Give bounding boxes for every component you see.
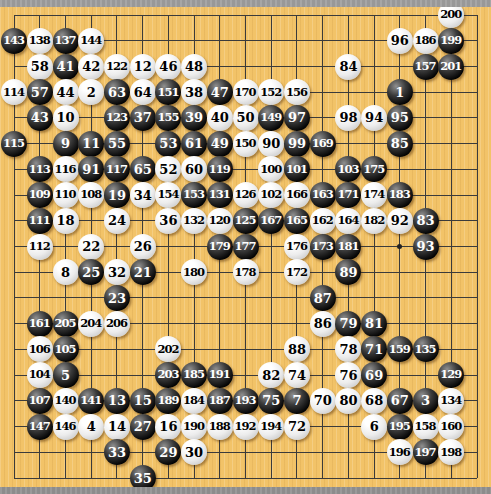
stone-white-132[interactable]: 132 [181, 208, 207, 234]
stone-white-194[interactable]: 194 [258, 414, 284, 440]
move-number-label: 180 [183, 267, 204, 279]
move-number-label: 99 [288, 137, 306, 150]
stone-black-85[interactable]: 85 [387, 131, 413, 157]
move-number-label: 202 [157, 344, 178, 356]
move-number-label: 74 [288, 369, 306, 382]
stone-white-92[interactable]: 92 [387, 208, 413, 234]
stone-white-164[interactable]: 164 [335, 208, 361, 234]
stone-white-88[interactable]: 88 [284, 336, 310, 362]
stone-white-6[interactable]: 6 [361, 414, 387, 440]
move-number-label: 115 [3, 138, 24, 150]
move-number-label: 30 [185, 446, 203, 459]
move-number-label: 112 [29, 241, 50, 253]
stone-white-74[interactable]: 74 [284, 362, 310, 388]
stone-black-83[interactable]: 83 [413, 208, 439, 234]
move-number-label: 154 [157, 189, 178, 201]
move-number-label: 25 [82, 266, 100, 279]
stone-white-36[interactable]: 36 [155, 208, 181, 234]
move-number-label: 163 [312, 189, 333, 201]
stone-white-206[interactable]: 206 [104, 311, 130, 337]
stone-white-152[interactable]: 152 [258, 79, 284, 105]
stone-black-57[interactable]: 57 [27, 79, 53, 105]
move-number-label: 81 [365, 317, 383, 330]
stone-black-109[interactable]: 109 [27, 182, 53, 208]
move-number-label: 48 [185, 60, 203, 73]
stone-white-64[interactable]: 64 [130, 79, 156, 105]
move-number-label: 55 [108, 137, 126, 150]
stone-black-119[interactable]: 119 [207, 156, 233, 182]
stone-white-114[interactable]: 114 [1, 79, 27, 105]
stone-black-117[interactable]: 117 [104, 156, 130, 182]
move-number-label: 87 [314, 292, 332, 305]
stone-black-171[interactable]: 171 [335, 182, 361, 208]
stone-white-156[interactable]: 156 [284, 79, 310, 105]
stone-black-15[interactable]: 15 [130, 388, 156, 414]
stone-white-176[interactable]: 176 [284, 234, 310, 260]
stone-black-143[interactable]: 143 [1, 28, 27, 54]
stone-white-110[interactable]: 110 [53, 182, 79, 208]
stone-black-141[interactable]: 141 [78, 388, 104, 414]
move-number-label: 40 [211, 111, 229, 124]
move-number-label: 167 [260, 215, 281, 227]
move-number-label: 53 [159, 137, 177, 150]
stone-white-188[interactable]: 188 [207, 414, 233, 440]
move-number-label: 157 [415, 61, 436, 73]
stone-black-111[interactable]: 111 [27, 208, 53, 234]
stone-black-97[interactable]: 97 [284, 105, 310, 131]
stone-white-30[interactable]: 30 [181, 439, 207, 465]
move-number-label: 96 [391, 34, 409, 47]
stone-black-151[interactable]: 151 [155, 79, 181, 105]
stone-black-185[interactable]: 185 [181, 362, 207, 388]
move-number-label: 82 [262, 369, 280, 382]
stone-black-175[interactable]: 175 [361, 156, 387, 182]
move-number-label: 150 [235, 138, 256, 150]
move-number-label: 35 [134, 472, 152, 485]
move-number-label: 37 [134, 111, 152, 124]
stone-black-41[interactable]: 41 [53, 54, 79, 80]
stone-white-174[interactable]: 174 [361, 182, 387, 208]
stone-white-178[interactable]: 178 [233, 259, 259, 285]
stone-black-5[interactable]: 5 [53, 362, 79, 388]
stone-white-42[interactable]: 42 [78, 54, 104, 80]
stone-white-24[interactable]: 24 [104, 208, 130, 234]
stone-white-2[interactable]: 2 [78, 79, 104, 105]
stone-black-203[interactable]: 203 [155, 362, 181, 388]
stone-black-189[interactable]: 189 [155, 388, 181, 414]
move-number-label: 42 [82, 60, 100, 73]
stone-black-71[interactable]: 71 [361, 336, 387, 362]
stone-white-106[interactable]: 106 [27, 336, 53, 362]
move-number-label: 38 [185, 86, 203, 99]
stone-white-14[interactable]: 14 [104, 414, 130, 440]
move-number-label: 204 [80, 318, 101, 330]
stone-white-104[interactable]: 104 [27, 362, 53, 388]
move-number-label: 197 [415, 447, 436, 459]
stone-white-158[interactable]: 158 [413, 414, 439, 440]
stone-black-65[interactable]: 65 [130, 156, 156, 182]
move-number-label: 195 [389, 421, 410, 433]
move-number-label: 165 [286, 215, 307, 227]
stone-white-72[interactable]: 72 [284, 414, 310, 440]
stone-black-131[interactable]: 131 [207, 182, 233, 208]
stone-white-96[interactable]: 96 [387, 28, 413, 54]
stone-black-193[interactable]: 193 [233, 388, 259, 414]
stone-white-4[interactable]: 4 [78, 414, 104, 440]
move-number-label: 171 [337, 189, 358, 201]
stone-white-38[interactable]: 38 [181, 79, 207, 105]
stone-white-166[interactable]: 166 [284, 182, 310, 208]
stone-white-162[interactable]: 162 [310, 208, 336, 234]
stone-black-63[interactable]: 63 [104, 79, 130, 105]
stone-white-8[interactable]: 8 [53, 259, 79, 285]
stone-black-33[interactable]: 33 [104, 439, 130, 465]
move-number-label: 67 [391, 394, 409, 407]
stone-white-40[interactable]: 40 [207, 105, 233, 131]
stone-black-9[interactable]: 9 [53, 131, 79, 157]
move-number-label: 183 [389, 189, 410, 201]
move-number-label: 61 [185, 137, 203, 150]
stone-black-129[interactable]: 129 [438, 362, 464, 388]
stone-black-29[interactable]: 29 [155, 439, 181, 465]
move-number-label: 68 [365, 394, 383, 407]
move-number-label: 116 [55, 164, 76, 176]
stone-black-67[interactable]: 67 [387, 388, 413, 414]
move-number-label: 107 [29, 395, 50, 407]
move-number-label: 187 [209, 395, 230, 407]
move-number-label: 75 [262, 394, 280, 407]
move-number-label: 174 [363, 189, 384, 201]
stone-black-183[interactable]: 183 [387, 182, 413, 208]
stone-white-192[interactable]: 192 [233, 414, 259, 440]
stone-black-153[interactable]: 153 [181, 182, 207, 208]
move-number-label: 98 [339, 111, 357, 124]
stone-white-84[interactable]: 84 [335, 54, 361, 80]
stone-white-186[interactable]: 186 [413, 28, 439, 54]
move-number-label: 11 [82, 137, 100, 150]
stone-white-70[interactable]: 70 [310, 388, 336, 414]
stone-white-126[interactable]: 126 [233, 182, 259, 208]
stone-white-182[interactable]: 182 [361, 208, 387, 234]
move-number-label: 199 [440, 35, 461, 47]
move-number-label: 71 [365, 343, 383, 356]
stone-white-144[interactable]: 144 [78, 28, 104, 54]
move-number-label: 23 [108, 292, 126, 305]
stone-white-12[interactable]: 12 [130, 54, 156, 80]
move-number-label: 178 [235, 267, 256, 279]
move-number-label: 100 [260, 164, 281, 176]
stone-white-100[interactable]: 100 [258, 156, 284, 182]
stone-white-108[interactable]: 108 [78, 182, 104, 208]
stone-white-202[interactable]: 202 [155, 336, 181, 362]
move-number-label: 201 [440, 61, 461, 73]
move-number-label: 15 [134, 394, 152, 407]
stone-white-116[interactable]: 116 [53, 156, 79, 182]
move-number-label: 109 [29, 189, 50, 201]
move-number-label: 92 [391, 214, 409, 227]
stone-black-123[interactable]: 123 [104, 105, 130, 131]
move-number-label: 173 [312, 241, 333, 253]
stone-black-163[interactable]: 163 [310, 182, 336, 208]
move-number-label: 141 [80, 395, 101, 407]
stone-black-173[interactable]: 173 [310, 234, 336, 260]
stone-white-170[interactable]: 170 [233, 79, 259, 105]
stone-black-1[interactable]: 1 [387, 79, 413, 105]
move-number-label: 205 [55, 318, 76, 330]
move-number-label: 206 [106, 318, 127, 330]
move-number-label: 102 [260, 189, 281, 201]
stone-white-90[interactable]: 90 [258, 131, 284, 157]
stone-white-86[interactable]: 86 [310, 311, 336, 337]
move-number-label: 126 [235, 189, 256, 201]
stone-white-112[interactable]: 112 [27, 234, 53, 260]
move-number-label: 5 [61, 369, 70, 382]
stone-black-155[interactable]: 155 [155, 105, 181, 131]
move-number-label: 105 [55, 344, 76, 356]
move-number-label: 103 [337, 164, 358, 176]
stone-black-25[interactable]: 25 [78, 259, 104, 285]
move-number-label: 63 [108, 86, 126, 99]
stone-black-101[interactable]: 101 [284, 156, 310, 182]
stone-white-196[interactable]: 196 [387, 439, 413, 465]
stone-black-165[interactable]: 165 [284, 208, 310, 234]
stone-black-27[interactable]: 27 [130, 414, 156, 440]
stone-white-154[interactable]: 154 [155, 182, 181, 208]
stone-white-140[interactable]: 140 [53, 388, 79, 414]
move-number-label: 39 [185, 111, 203, 124]
stone-black-19[interactable]: 19 [104, 182, 130, 208]
stone-white-80[interactable]: 80 [335, 388, 361, 414]
stone-black-93[interactable]: 93 [413, 234, 439, 260]
move-number-label: 86 [314, 317, 332, 330]
stone-black-147[interactable]: 147 [27, 414, 53, 440]
stone-white-18[interactable]: 18 [53, 208, 79, 234]
stone-white-82[interactable]: 82 [258, 362, 284, 388]
stone-white-98[interactable]: 98 [335, 105, 361, 131]
stone-black-103[interactable]: 103 [335, 156, 361, 182]
go-board[interactable]: 2001431381371449618619958414212212464884… [1, 2, 490, 491]
move-number-label: 8 [61, 266, 70, 279]
stone-black-157[interactable]: 157 [413, 54, 439, 80]
stone-white-134[interactable]: 134 [438, 388, 464, 414]
stone-white-16[interactable]: 16 [155, 414, 181, 440]
stone-black-205[interactable]: 205 [53, 311, 79, 337]
stone-white-60[interactable]: 60 [181, 156, 207, 182]
move-number-label: 83 [417, 214, 435, 227]
stone-black-79[interactable]: 79 [335, 311, 361, 337]
stone-white-94[interactable]: 94 [361, 105, 387, 131]
stone-white-172[interactable]: 172 [284, 259, 310, 285]
stone-black-7[interactable]: 7 [284, 388, 310, 414]
move-number-label: 189 [157, 395, 178, 407]
move-number-label: 192 [235, 421, 256, 433]
move-number-label: 6 [370, 420, 379, 433]
stone-white-122[interactable]: 122 [104, 54, 130, 80]
stone-black-81[interactable]: 81 [361, 311, 387, 337]
stone-black-137[interactable]: 137 [53, 28, 79, 54]
stone-black-197[interactable]: 197 [413, 439, 439, 465]
move-number-label: 46 [159, 60, 177, 73]
stone-white-138[interactable]: 138 [27, 28, 53, 54]
stone-black-53[interactable]: 53 [155, 131, 181, 157]
move-number-label: 43 [31, 111, 49, 124]
stone-black-39[interactable]: 39 [181, 105, 207, 131]
stone-black-161[interactable]: 161 [27, 311, 53, 337]
stone-white-48[interactable]: 48 [181, 54, 207, 80]
move-number-label: 50 [237, 111, 255, 124]
stone-white-102[interactable]: 102 [258, 182, 284, 208]
stone-black-191[interactable]: 191 [207, 362, 233, 388]
stone-black-167[interactable]: 167 [258, 208, 284, 234]
move-number-label: 203 [157, 369, 178, 381]
stone-white-204[interactable]: 204 [78, 311, 104, 337]
stone-white-180[interactable]: 180 [181, 259, 207, 285]
move-number-label: 106 [29, 344, 50, 356]
stone-black-69[interactable]: 69 [361, 362, 387, 388]
stone-white-46[interactable]: 46 [155, 54, 181, 80]
stone-black-3[interactable]: 3 [413, 388, 439, 414]
stone-white-10[interactable]: 10 [53, 105, 79, 131]
move-number-label: 176 [286, 241, 307, 253]
stone-black-179[interactable]: 179 [207, 234, 233, 260]
move-number-label: 27 [134, 420, 152, 433]
stone-black-13[interactable]: 13 [104, 388, 130, 414]
move-number-label: 166 [286, 189, 307, 201]
move-number-label: 146 [55, 421, 76, 433]
stone-white-34[interactable]: 34 [130, 182, 156, 208]
stone-black-21[interactable]: 21 [130, 259, 156, 285]
move-number-label: 120 [209, 215, 230, 227]
stone-white-120[interactable]: 120 [207, 208, 233, 234]
move-number-label: 152 [260, 87, 281, 99]
move-number-label: 172 [286, 267, 307, 279]
stone-white-50[interactable]: 50 [233, 105, 259, 131]
stone-black-75[interactable]: 75 [258, 388, 284, 414]
move-number-label: 111 [29, 215, 50, 227]
stone-white-190[interactable]: 190 [181, 414, 207, 440]
stone-white-68[interactable]: 68 [361, 388, 387, 414]
stone-black-177[interactable]: 177 [233, 234, 259, 260]
stone-black-181[interactable]: 181 [335, 234, 361, 260]
stone-white-146[interactable]: 146 [53, 414, 79, 440]
move-number-label: 156 [286, 87, 307, 99]
stone-black-55[interactable]: 55 [104, 131, 130, 157]
move-number-label: 110 [55, 189, 76, 201]
stone-white-58[interactable]: 58 [27, 54, 53, 80]
stone-black-11[interactable]: 11 [78, 131, 104, 157]
stone-white-76[interactable]: 76 [335, 362, 361, 388]
move-number-label: 21 [134, 266, 152, 279]
move-number-label: 184 [183, 395, 204, 407]
move-number-label: 58 [31, 60, 49, 73]
stone-black-105[interactable]: 105 [53, 336, 79, 362]
stone-white-198[interactable]: 198 [438, 439, 464, 465]
stone-black-187[interactable]: 187 [207, 388, 233, 414]
stone-black-195[interactable]: 195 [387, 414, 413, 440]
move-number-label: 191 [209, 369, 230, 381]
stone-black-159[interactable]: 159 [387, 336, 413, 362]
stone-black-135[interactable]: 135 [413, 336, 439, 362]
stone-white-160[interactable]: 160 [438, 414, 464, 440]
move-number-label: 49 [211, 137, 229, 150]
stone-black-99[interactable]: 99 [284, 131, 310, 157]
move-number-label: 52 [159, 163, 177, 176]
move-number-label: 132 [183, 215, 204, 227]
move-number-label: 80 [339, 394, 357, 407]
move-number-label: 196 [389, 447, 410, 459]
move-number-label: 93 [417, 240, 435, 253]
stone-black-149[interactable]: 149 [258, 105, 284, 131]
stone-white-44[interactable]: 44 [53, 79, 79, 105]
stone-white-22[interactable]: 22 [78, 234, 104, 260]
move-number-label: 78 [339, 343, 357, 356]
stone-white-150[interactable]: 150 [233, 131, 259, 157]
move-number-label: 117 [106, 164, 127, 176]
move-number-label: 32 [108, 266, 126, 279]
stone-black-125[interactable]: 125 [233, 208, 259, 234]
move-number-label: 160 [440, 421, 461, 433]
bottom-border-strip [0, 487, 491, 494]
move-number-label: 13 [108, 394, 126, 407]
move-number-label: 7 [292, 394, 301, 407]
move-number-label: 125 [235, 215, 256, 227]
move-number-label: 24 [108, 214, 126, 227]
stone-black-87[interactable]: 87 [310, 285, 336, 311]
stone-white-26[interactable]: 26 [130, 234, 156, 260]
move-number-label: 161 [29, 318, 50, 330]
move-number-label: 140 [55, 395, 76, 407]
move-number-label: 143 [3, 35, 24, 47]
move-number-label: 34 [134, 189, 152, 202]
stone-black-199[interactable]: 199 [438, 28, 464, 54]
stone-black-43[interactable]: 43 [27, 105, 53, 131]
move-number-label: 22 [82, 240, 100, 253]
move-number-label: 95 [391, 111, 409, 124]
stone-white-52[interactable]: 52 [155, 156, 181, 182]
stone-black-49[interactable]: 49 [207, 131, 233, 157]
move-number-label: 138 [29, 35, 50, 47]
stone-black-95[interactable]: 95 [387, 105, 413, 131]
move-number-label: 41 [56, 60, 74, 73]
move-number-label: 79 [339, 317, 357, 330]
move-number-label: 88 [288, 343, 306, 356]
stone-black-107[interactable]: 107 [27, 388, 53, 414]
stone-black-91[interactable]: 91 [78, 156, 104, 182]
move-number-label: 26 [134, 240, 152, 253]
stone-black-47[interactable]: 47 [207, 79, 233, 105]
move-number-label: 194 [260, 421, 281, 433]
stone-black-113[interactable]: 113 [27, 156, 53, 182]
move-number-label: 89 [339, 266, 357, 279]
stone-black-201[interactable]: 201 [438, 54, 464, 80]
move-number-label: 57 [31, 86, 49, 99]
move-number-label: 14 [108, 420, 126, 433]
stone-white-32[interactable]: 32 [104, 259, 130, 285]
move-number-label: 12 [134, 60, 152, 73]
move-number-label: 69 [365, 369, 383, 382]
stone-black-61[interactable]: 61 [181, 131, 207, 157]
stone-black-89[interactable]: 89 [335, 259, 361, 285]
move-number-label: 123 [106, 112, 127, 124]
stone-white-184[interactable]: 184 [181, 388, 207, 414]
stone-white-78[interactable]: 78 [335, 336, 361, 362]
stone-black-37[interactable]: 37 [130, 105, 156, 131]
move-number-label: 134 [440, 395, 461, 407]
stone-black-169[interactable]: 169 [310, 131, 336, 157]
move-number-label: 137 [55, 35, 76, 47]
stone-black-23[interactable]: 23 [104, 285, 130, 311]
stone-black-115[interactable]: 115 [1, 131, 27, 157]
